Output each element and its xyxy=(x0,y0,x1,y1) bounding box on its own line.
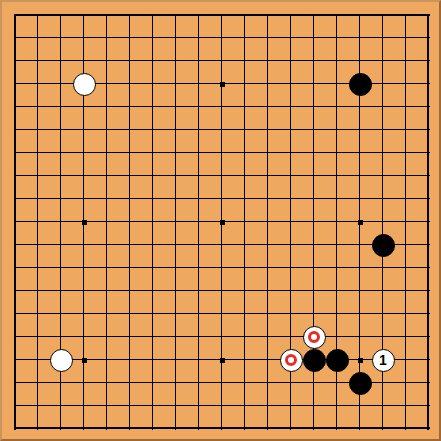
grid-line-horizontal xyxy=(14,60,430,61)
grid-line-horizontal xyxy=(14,313,430,314)
grid-line-vertical xyxy=(405,14,406,430)
grid-line-horizontal xyxy=(14,175,430,176)
stone-black-R9 xyxy=(372,234,395,257)
go-board-grid: 1 xyxy=(14,14,429,429)
stone-white-C4 xyxy=(50,349,73,372)
star-point xyxy=(220,82,225,87)
grid-line-horizontal xyxy=(14,405,430,406)
star-point xyxy=(220,358,225,363)
grid-line-horizontal xyxy=(14,267,430,268)
circle-marker-icon xyxy=(285,354,297,366)
grid-line-vertical xyxy=(106,14,107,430)
grid-line-vertical xyxy=(427,14,429,430)
grid-line-horizontal xyxy=(14,427,430,429)
grid-line-horizontal xyxy=(14,129,430,130)
stone-black-Q3 xyxy=(349,372,372,395)
grid-line-horizontal xyxy=(14,106,430,107)
star-point xyxy=(358,220,363,225)
star-point xyxy=(82,220,87,225)
stone-white-R4: 1 xyxy=(372,349,395,372)
stone-black-O4 xyxy=(303,349,326,372)
grid-line-horizontal xyxy=(14,290,430,291)
grid-line-vertical xyxy=(198,14,199,430)
stone-black-Q16 xyxy=(349,73,372,96)
grid-line-horizontal xyxy=(14,244,430,245)
go-board: 1 xyxy=(0,0,441,441)
star-point xyxy=(220,220,225,225)
star-point xyxy=(358,358,363,363)
stone-white-D16 xyxy=(73,73,96,96)
grid-line-horizontal xyxy=(14,336,430,337)
grid-line-vertical xyxy=(244,14,245,430)
stone-white-O5 xyxy=(303,326,326,349)
grid-line-vertical xyxy=(152,14,153,430)
move-number-label: 1 xyxy=(379,353,387,367)
grid-line-horizontal xyxy=(14,14,430,16)
grid-line-horizontal xyxy=(14,198,430,199)
grid-line-vertical xyxy=(129,14,130,430)
grid-line-horizontal xyxy=(14,37,430,38)
stone-black-P4 xyxy=(326,349,349,372)
star-point xyxy=(82,358,87,363)
grid-line-vertical xyxy=(267,14,268,430)
grid-line-vertical xyxy=(14,14,16,430)
circle-marker-icon xyxy=(308,331,320,343)
stone-white-N4 xyxy=(280,349,303,372)
grid-line-vertical xyxy=(175,14,176,430)
grid-line-horizontal xyxy=(14,152,430,153)
grid-line-vertical xyxy=(37,14,38,430)
